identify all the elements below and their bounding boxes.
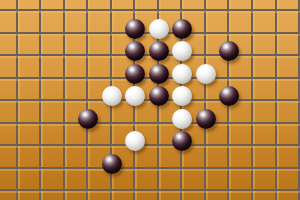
intersection[interactable] — [264, 111, 288, 134]
intersection[interactable] — [170, 156, 194, 179]
intersection[interactable] — [193, 134, 217, 157]
intersection[interactable] — [264, 66, 288, 89]
white-stone — [125, 86, 145, 106]
intersection[interactable] — [5, 179, 29, 200]
intersection[interactable] — [28, 111, 52, 134]
intersection[interactable] — [217, 134, 241, 157]
intersection[interactable] — [217, 111, 241, 134]
intersection[interactable] — [99, 156, 123, 179]
intersection[interactable] — [217, 44, 241, 67]
intersection[interactable] — [217, 156, 241, 179]
intersection[interactable] — [122, 179, 146, 200]
game-board[interactable] — [0, 0, 300, 200]
intersection[interactable] — [52, 156, 76, 179]
intersection[interactable] — [240, 111, 264, 134]
intersection[interactable] — [5, 0, 29, 21]
intersection[interactable] — [75, 134, 99, 157]
white-stone — [125, 131, 145, 151]
intersection[interactable] — [240, 134, 264, 157]
intersection[interactable] — [240, 156, 264, 179]
intersection[interactable] — [170, 179, 194, 200]
intersection[interactable] — [28, 21, 52, 44]
intersection[interactable] — [287, 179, 300, 200]
black-stone — [125, 41, 145, 61]
white-stone — [149, 19, 169, 39]
intersection[interactable] — [146, 89, 170, 112]
intersection[interactable] — [5, 134, 29, 157]
intersection[interactable] — [52, 111, 76, 134]
intersection[interactable] — [264, 89, 288, 112]
black-stone — [149, 41, 169, 61]
intersection[interactable] — [217, 89, 241, 112]
intersection[interactable] — [28, 89, 52, 112]
intersection[interactable] — [287, 111, 300, 134]
intersection[interactable] — [99, 89, 123, 112]
intersection[interactable] — [122, 134, 146, 157]
intersection[interactable] — [5, 156, 29, 179]
white-stone — [172, 41, 192, 61]
intersection[interactable] — [5, 66, 29, 89]
black-stone — [125, 64, 145, 84]
intersection[interactable] — [5, 111, 29, 134]
white-stone — [196, 64, 216, 84]
intersection[interactable] — [75, 21, 99, 44]
intersection[interactable] — [193, 66, 217, 89]
intersection[interactable] — [217, 0, 241, 21]
intersection[interactable] — [264, 179, 288, 200]
intersection[interactable] — [146, 134, 170, 157]
black-stone — [219, 86, 239, 106]
black-stone — [149, 86, 169, 106]
intersection[interactable] — [5, 89, 29, 112]
intersection[interactable] — [240, 21, 264, 44]
white-stone — [172, 109, 192, 129]
intersection[interactable] — [99, 111, 123, 134]
intersection[interactable] — [193, 179, 217, 200]
intersection[interactable] — [28, 156, 52, 179]
intersection[interactable] — [52, 66, 76, 89]
intersection[interactable] — [52, 0, 76, 21]
intersection[interactable] — [287, 66, 300, 89]
intersection-layer — [5, 0, 300, 200]
intersection[interactable] — [264, 21, 288, 44]
intersection[interactable] — [264, 44, 288, 67]
intersection[interactable] — [122, 156, 146, 179]
intersection[interactable] — [240, 0, 264, 21]
intersection[interactable] — [52, 21, 76, 44]
intersection[interactable] — [122, 89, 146, 112]
white-stone — [102, 86, 122, 106]
intersection[interactable] — [52, 134, 76, 157]
intersection[interactable] — [240, 66, 264, 89]
intersection[interactable] — [99, 179, 123, 200]
intersection[interactable] — [193, 0, 217, 21]
intersection[interactable] — [52, 179, 76, 200]
intersection[interactable] — [99, 44, 123, 67]
black-stone — [102, 154, 122, 174]
intersection[interactable] — [5, 44, 29, 67]
intersection[interactable] — [52, 44, 76, 67]
intersection[interactable] — [240, 89, 264, 112]
intersection[interactable] — [264, 156, 288, 179]
intersection[interactable] — [75, 0, 99, 21]
intersection[interactable] — [75, 156, 99, 179]
intersection[interactable] — [75, 179, 99, 200]
intersection[interactable] — [28, 66, 52, 89]
white-stone — [172, 64, 192, 84]
intersection[interactable] — [193, 111, 217, 134]
intersection[interactable] — [287, 44, 300, 67]
intersection[interactable] — [75, 44, 99, 67]
black-stone — [172, 131, 192, 151]
intersection[interactable] — [99, 0, 123, 21]
intersection[interactable] — [28, 134, 52, 157]
intersection[interactable] — [287, 134, 300, 157]
intersection[interactable] — [146, 111, 170, 134]
intersection[interactable] — [287, 21, 300, 44]
intersection[interactable] — [75, 66, 99, 89]
intersection[interactable] — [99, 21, 123, 44]
intersection[interactable] — [193, 156, 217, 179]
intersection[interactable] — [287, 89, 300, 112]
black-stone — [219, 41, 239, 61]
intersection[interactable] — [264, 134, 288, 157]
intersection[interactable] — [75, 111, 99, 134]
black-stone — [196, 109, 216, 129]
intersection[interactable] — [264, 0, 288, 21]
intersection[interactable] — [217, 179, 241, 200]
white-stone — [172, 86, 192, 106]
intersection[interactable] — [287, 0, 300, 21]
black-stone — [172, 19, 192, 39]
intersection[interactable] — [240, 179, 264, 200]
intersection[interactable] — [240, 44, 264, 67]
intersection[interactable] — [146, 179, 170, 200]
black-stone — [125, 19, 145, 39]
intersection[interactable] — [193, 21, 217, 44]
black-stone — [149, 64, 169, 84]
intersection[interactable] — [5, 21, 29, 44]
black-stone — [78, 109, 98, 129]
intersection[interactable] — [170, 134, 194, 157]
intersection[interactable] — [287, 156, 300, 179]
intersection[interactable] — [52, 89, 76, 112]
intersection[interactable] — [28, 44, 52, 67]
intersection[interactable] — [28, 0, 52, 21]
intersection[interactable] — [28, 179, 52, 200]
intersection[interactable] — [146, 156, 170, 179]
